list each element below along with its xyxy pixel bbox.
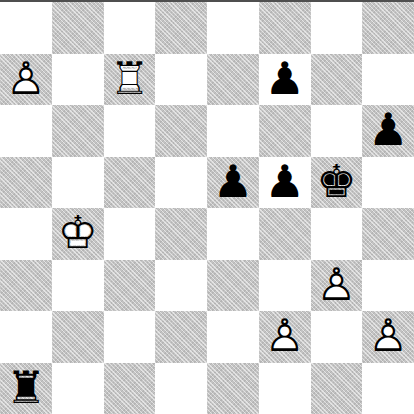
square-a8[interactable] (0, 2, 52, 54)
square-c1[interactable] (104, 363, 156, 414)
square-g1[interactable] (311, 363, 363, 414)
square-f2[interactable]: ♟♙ (259, 311, 311, 363)
square-f5[interactable]: ♟ (259, 157, 311, 209)
black-pawn-piece[interactable]: ♟ (368, 107, 408, 152)
square-d2[interactable] (155, 311, 207, 363)
black-pawn-piece[interactable]: ♟ (264, 56, 304, 101)
square-a1[interactable]: ♜ (0, 363, 52, 414)
square-h6[interactable]: ♟ (362, 105, 414, 157)
square-d6[interactable] (155, 105, 207, 157)
square-a6[interactable] (0, 105, 52, 157)
chess-diagram: ♟♙♜♖♟♟♟♟♚♚♔♟♙♟♙♟♙♜ (0, 0, 414, 414)
square-d7[interactable] (155, 54, 207, 106)
white-rook-piece[interactable]: ♜♖ (109, 56, 149, 101)
square-e7[interactable] (207, 54, 259, 106)
piece-outline-layer: ♙ (316, 260, 356, 311)
square-f7[interactable]: ♟ (259, 54, 311, 106)
square-b5[interactable] (52, 157, 104, 209)
black-pawn-piece[interactable]: ♟ (264, 159, 304, 204)
square-d3[interactable] (155, 260, 207, 312)
square-e2[interactable] (207, 311, 259, 363)
black-rook-piece[interactable]: ♜ (6, 365, 46, 410)
square-f8[interactable] (259, 2, 311, 54)
white-king-piece[interactable]: ♚♔ (57, 210, 97, 255)
white-pawn-piece[interactable]: ♟♙ (316, 262, 356, 307)
square-b6[interactable] (52, 105, 104, 157)
square-f3[interactable] (259, 260, 311, 312)
square-h2[interactable]: ♟♙ (362, 311, 414, 363)
square-c4[interactable] (104, 208, 156, 260)
square-e3[interactable] (207, 260, 259, 312)
square-e4[interactable] (207, 208, 259, 260)
square-f6[interactable] (259, 105, 311, 157)
square-h7[interactable] (362, 54, 414, 106)
square-f1[interactable] (259, 363, 311, 414)
square-h5[interactable] (362, 157, 414, 209)
square-g5[interactable]: ♚ (311, 157, 363, 209)
square-h4[interactable] (362, 208, 414, 260)
white-pawn-piece[interactable]: ♟♙ (264, 313, 304, 358)
chess-board: ♟♙♜♖♟♟♟♟♚♚♔♟♙♟♙♟♙♜ (0, 0, 414, 414)
square-a3[interactable] (0, 260, 52, 312)
square-d8[interactable] (155, 2, 207, 54)
square-d5[interactable] (155, 157, 207, 209)
square-b8[interactable] (52, 2, 104, 54)
black-king-piece[interactable]: ♚ (316, 159, 356, 204)
square-g2[interactable] (311, 311, 363, 363)
square-b3[interactable] (52, 260, 104, 312)
white-pawn-piece[interactable]: ♟♙ (368, 313, 408, 358)
square-b4[interactable]: ♚♔ (52, 208, 104, 260)
square-b1[interactable] (52, 363, 104, 414)
square-a5[interactable] (0, 157, 52, 209)
piece-outline-layer: ♙ (6, 54, 46, 105)
black-pawn-piece[interactable]: ♟ (213, 159, 253, 204)
square-h8[interactable] (362, 2, 414, 54)
square-g7[interactable] (311, 54, 363, 106)
piece-outline-layer: ♔ (57, 208, 97, 259)
square-h3[interactable] (362, 260, 414, 312)
square-a2[interactable] (0, 311, 52, 363)
square-e5[interactable]: ♟ (207, 157, 259, 209)
square-e8[interactable] (207, 2, 259, 54)
square-a7[interactable]: ♟♙ (0, 54, 52, 106)
square-c8[interactable] (104, 2, 156, 54)
square-f4[interactable] (259, 208, 311, 260)
piece-outline-layer: ♙ (368, 311, 408, 362)
square-e6[interactable] (207, 105, 259, 157)
square-g8[interactable] (311, 2, 363, 54)
square-g6[interactable] (311, 105, 363, 157)
square-h1[interactable] (362, 363, 414, 414)
square-g4[interactable] (311, 208, 363, 260)
square-c3[interactable] (104, 260, 156, 312)
square-a4[interactable] (0, 208, 52, 260)
piece-outline-layer: ♖ (109, 54, 149, 105)
square-c7[interactable]: ♜♖ (104, 54, 156, 106)
square-d4[interactable] (155, 208, 207, 260)
square-g3[interactable]: ♟♙ (311, 260, 363, 312)
piece-outline-layer: ♙ (264, 311, 304, 362)
square-c6[interactable] (104, 105, 156, 157)
square-c2[interactable] (104, 311, 156, 363)
square-b2[interactable] (52, 311, 104, 363)
white-pawn-piece[interactable]: ♟♙ (6, 56, 46, 101)
square-c5[interactable] (104, 157, 156, 209)
square-e1[interactable] (207, 363, 259, 414)
square-d1[interactable] (155, 363, 207, 414)
square-b7[interactable] (52, 54, 104, 106)
